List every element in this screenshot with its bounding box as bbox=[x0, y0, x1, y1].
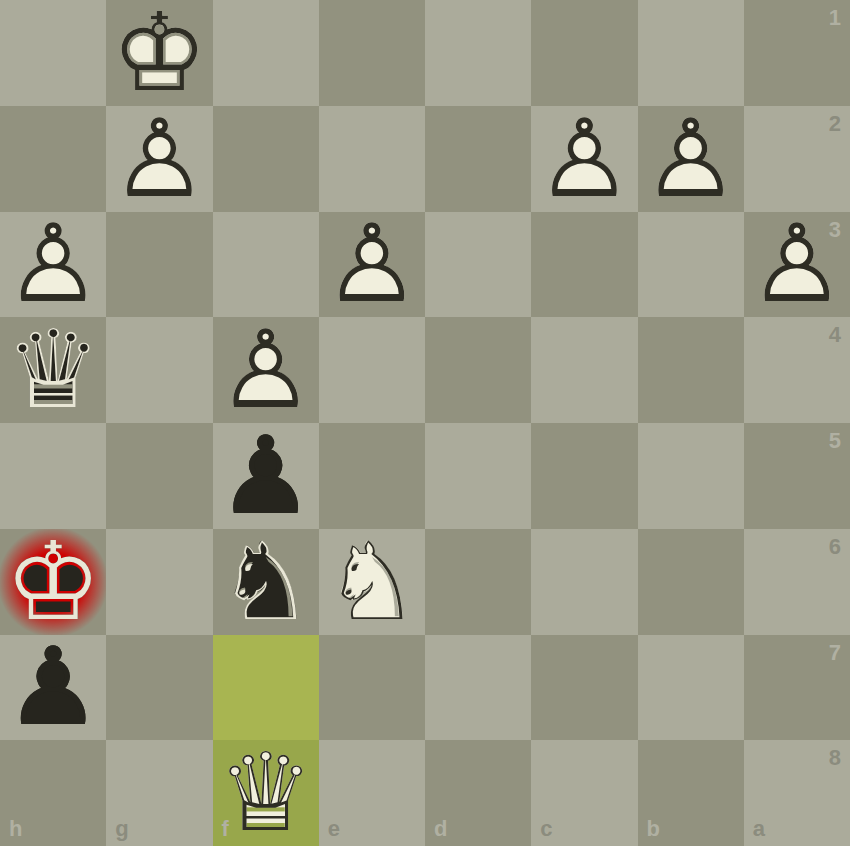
black-pawn[interactable]: ♟♙ bbox=[213, 423, 319, 529]
square-e4[interactable] bbox=[319, 317, 425, 423]
file-label-d: d bbox=[434, 818, 447, 840]
black-pawn[interactable]: ♟♙ bbox=[0, 635, 106, 741]
white-pawn-outline: ♙ bbox=[0, 212, 106, 318]
square-f7[interactable] bbox=[213, 635, 319, 741]
square-f5[interactable]: ♟♙ bbox=[213, 423, 319, 529]
black-king[interactable]: ♚♔ bbox=[0, 529, 106, 635]
square-e5[interactable] bbox=[319, 423, 425, 529]
square-b5[interactable] bbox=[638, 423, 744, 529]
white-pawn[interactable]: ♟♙ bbox=[213, 317, 319, 423]
square-g8[interactable]: g bbox=[106, 740, 212, 846]
square-e7[interactable] bbox=[319, 635, 425, 741]
square-b6[interactable] bbox=[638, 529, 744, 635]
square-b4[interactable] bbox=[638, 317, 744, 423]
square-d4[interactable] bbox=[425, 317, 531, 423]
square-h3[interactable]: ♟♙ bbox=[0, 212, 106, 318]
square-h2[interactable] bbox=[0, 106, 106, 212]
white-pawn-outline: ♙ bbox=[319, 212, 425, 318]
square-b2[interactable]: ♟♙ bbox=[638, 106, 744, 212]
white-pawn[interactable]: ♟♙ bbox=[0, 212, 106, 318]
square-e6[interactable]: ♞♘ bbox=[319, 529, 425, 635]
square-b3[interactable] bbox=[638, 212, 744, 318]
square-h8[interactable]: h bbox=[0, 740, 106, 846]
square-d8[interactable]: d bbox=[425, 740, 531, 846]
square-g6[interactable] bbox=[106, 529, 212, 635]
square-c3[interactable] bbox=[531, 212, 637, 318]
white-pawn-outline: ♙ bbox=[531, 106, 637, 212]
white-pawn-outline: ♙ bbox=[638, 106, 744, 212]
square-a1[interactable]: 1 bbox=[744, 0, 850, 106]
square-a2[interactable]: 2 bbox=[744, 106, 850, 212]
square-d6[interactable] bbox=[425, 529, 531, 635]
file-label-g: g bbox=[115, 818, 128, 840]
square-a8[interactable]: a8 bbox=[744, 740, 850, 846]
square-a3[interactable]: ♟♙3 bbox=[744, 212, 850, 318]
square-e8[interactable]: e bbox=[319, 740, 425, 846]
square-f4[interactable]: ♟♙ bbox=[213, 317, 319, 423]
rank-label-5: 5 bbox=[829, 430, 841, 452]
square-g2[interactable]: ♟♙ bbox=[106, 106, 212, 212]
square-f3[interactable] bbox=[213, 212, 319, 318]
square-h5[interactable] bbox=[0, 423, 106, 529]
square-d3[interactable] bbox=[425, 212, 531, 318]
square-b7[interactable] bbox=[638, 635, 744, 741]
square-g7[interactable] bbox=[106, 635, 212, 741]
rank-label-8: 8 bbox=[829, 747, 841, 769]
rank-label-3: 3 bbox=[829, 219, 841, 241]
white-knight[interactable]: ♞♘ bbox=[319, 529, 425, 635]
file-label-h: h bbox=[9, 818, 22, 840]
square-g4[interactable] bbox=[106, 317, 212, 423]
file-label-c: c bbox=[540, 818, 552, 840]
square-d1[interactable] bbox=[425, 0, 531, 106]
square-c7[interactable] bbox=[531, 635, 637, 741]
square-c8[interactable]: c bbox=[531, 740, 637, 846]
square-g3[interactable] bbox=[106, 212, 212, 318]
black-pawn-outline: ♙ bbox=[0, 635, 106, 741]
square-d7[interactable] bbox=[425, 635, 531, 741]
square-e2[interactable] bbox=[319, 106, 425, 212]
rank-label-2: 2 bbox=[829, 113, 841, 135]
square-e1[interactable] bbox=[319, 0, 425, 106]
black-knight[interactable]: ♞♘ bbox=[213, 529, 319, 635]
square-h4[interactable]: ♛♕ bbox=[0, 317, 106, 423]
white-pawn[interactable]: ♟♙ bbox=[638, 106, 744, 212]
square-g1[interactable]: ♚♔ bbox=[106, 0, 212, 106]
square-f8[interactable]: ♛♕f bbox=[213, 740, 319, 846]
white-king-outline: ♔ bbox=[106, 0, 212, 106]
square-g5[interactable] bbox=[106, 423, 212, 529]
square-e3[interactable]: ♟♙ bbox=[319, 212, 425, 318]
rank-label-1: 1 bbox=[829, 7, 841, 29]
square-a6[interactable]: 6 bbox=[744, 529, 850, 635]
rank-label-7: 7 bbox=[829, 642, 841, 664]
square-a4[interactable]: 4 bbox=[744, 317, 850, 423]
square-f6[interactable]: ♞♘ bbox=[213, 529, 319, 635]
black-queen[interactable]: ♛♕ bbox=[0, 317, 106, 423]
square-d2[interactable] bbox=[425, 106, 531, 212]
black-king-outline: ♔ bbox=[0, 529, 106, 635]
white-king[interactable]: ♚♔ bbox=[106, 0, 212, 106]
square-h6[interactable]: ♚♔ bbox=[0, 529, 106, 635]
white-pawn[interactable]: ♟♙ bbox=[106, 106, 212, 212]
square-f2[interactable] bbox=[213, 106, 319, 212]
square-a7[interactable]: 7 bbox=[744, 635, 850, 741]
file-label-e: e bbox=[328, 818, 340, 840]
file-label-f: f bbox=[222, 818, 229, 840]
rank-label-4: 4 bbox=[829, 324, 841, 346]
chess-board: ♚♔1♟♙♟♙♟♙2♟♙♟♙♟♙3♛♕♟♙4♟♙5♚♔♞♘♞♘6♟♙7hg♛♕f… bbox=[0, 0, 850, 846]
square-h7[interactable]: ♟♙ bbox=[0, 635, 106, 741]
square-a5[interactable]: 5 bbox=[744, 423, 850, 529]
white-pawn-outline: ♙ bbox=[213, 317, 319, 423]
square-c4[interactable] bbox=[531, 317, 637, 423]
square-b8[interactable]: b bbox=[638, 740, 744, 846]
white-pawn-outline: ♙ bbox=[106, 106, 212, 212]
file-label-a: a bbox=[753, 818, 765, 840]
white-knight-outline: ♘ bbox=[319, 529, 425, 635]
square-c5[interactable] bbox=[531, 423, 637, 529]
square-d5[interactable] bbox=[425, 423, 531, 529]
black-queen-outline: ♕ bbox=[0, 317, 106, 423]
square-c6[interactable] bbox=[531, 529, 637, 635]
rank-label-6: 6 bbox=[829, 536, 841, 558]
square-c2[interactable]: ♟♙ bbox=[531, 106, 637, 212]
square-f1[interactable] bbox=[213, 0, 319, 106]
square-h1[interactable] bbox=[0, 0, 106, 106]
black-pawn-outline: ♙ bbox=[213, 423, 319, 529]
black-knight-outline: ♘ bbox=[213, 529, 319, 635]
square-c1[interactable] bbox=[531, 0, 637, 106]
square-b1[interactable] bbox=[638, 0, 744, 106]
white-pawn[interactable]: ♟♙ bbox=[319, 212, 425, 318]
file-label-b: b bbox=[647, 818, 660, 840]
white-pawn[interactable]: ♟♙ bbox=[531, 106, 637, 212]
